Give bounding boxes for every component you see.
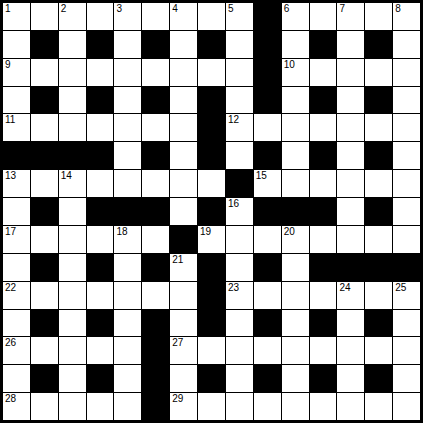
grid-cell[interactable] [142, 114, 169, 141]
grid-cell[interactable] [114, 393, 141, 420]
black-cell [31, 198, 58, 225]
black-cell [254, 3, 281, 30]
grid-cell[interactable] [365, 393, 392, 420]
black-cell [142, 310, 169, 337]
grid-cell[interactable] [114, 310, 141, 337]
grid-cell[interactable] [114, 254, 141, 281]
black-cell [226, 170, 253, 197]
black-cell [31, 254, 58, 281]
grid-cell[interactable] [226, 254, 253, 281]
grid-cell[interactable] [226, 226, 253, 253]
black-cell [87, 310, 114, 337]
grid-cell[interactable] [393, 87, 420, 114]
black-cell [310, 254, 337, 281]
black-cell [198, 254, 225, 281]
grid-cell[interactable] [87, 170, 114, 197]
grid-cell[interactable] [87, 393, 114, 420]
grid-cell[interactable] [226, 365, 253, 392]
grid-cell[interactable] [31, 114, 58, 141]
grid-cell[interactable]: 25 [393, 282, 420, 309]
grid-cell[interactable] [198, 393, 225, 420]
black-cell [310, 142, 337, 169]
black-cell [365, 142, 392, 169]
grid-cell[interactable] [337, 393, 364, 420]
grid-cell[interactable] [3, 198, 30, 225]
grid-cell[interactable] [310, 337, 337, 364]
black-cell [31, 142, 58, 169]
clue-number: 3 [116, 3, 122, 14]
grid-cell[interactable] [337, 87, 364, 114]
black-cell [170, 226, 197, 253]
grid-cell[interactable] [393, 198, 420, 225]
grid-cell[interactable] [59, 254, 86, 281]
clue-number: 28 [5, 393, 16, 404]
black-cell [282, 198, 309, 225]
grid-cell[interactable]: 26 [3, 337, 30, 364]
grid-cell[interactable] [87, 3, 114, 30]
clue-number: 22 [5, 282, 16, 293]
grid-cell[interactable] [59, 365, 86, 392]
black-cell [59, 142, 86, 169]
grid-cell[interactable] [337, 365, 364, 392]
black-cell [142, 393, 169, 420]
grid-cell[interactable] [393, 337, 420, 364]
black-cell [365, 31, 392, 58]
grid-cell[interactable] [310, 170, 337, 197]
black-cell [254, 87, 281, 114]
grid-cell[interactable] [170, 198, 197, 225]
grid-cell[interactable]: 23 [226, 282, 253, 309]
grid-cell[interactable] [198, 59, 225, 86]
clue-number: 27 [172, 337, 183, 348]
black-cell [198, 310, 225, 337]
grid-cell[interactable] [337, 31, 364, 58]
black-cell [254, 310, 281, 337]
grid-cell[interactable] [3, 87, 30, 114]
black-cell [198, 198, 225, 225]
grid-cell[interactable] [59, 59, 86, 86]
grid-cell[interactable] [310, 114, 337, 141]
grid-cell[interactable] [226, 87, 253, 114]
clue-number: 15 [256, 170, 267, 181]
grid-cell[interactable] [142, 3, 169, 30]
grid-cell[interactable]: 9 [3, 59, 30, 86]
black-cell [254, 198, 281, 225]
grid-cell[interactable] [59, 31, 86, 58]
grid-cell[interactable] [254, 393, 281, 420]
black-cell [310, 365, 337, 392]
grid-cell[interactable] [337, 170, 364, 197]
grid-cell[interactable] [170, 365, 197, 392]
grid-cell[interactable]: 17 [3, 226, 30, 253]
grid-cell[interactable] [393, 170, 420, 197]
grid-cell[interactable] [31, 337, 58, 364]
grid-cell[interactable] [59, 114, 86, 141]
grid-cell[interactable] [254, 282, 281, 309]
clue-number: 4 [172, 3, 178, 14]
grid-cell[interactable] [393, 31, 420, 58]
clue-number: 5 [228, 3, 234, 14]
black-cell [87, 87, 114, 114]
grid-cell[interactable]: 1 [3, 3, 30, 30]
grid-cell[interactable] [337, 226, 364, 253]
grid-cell[interactable] [170, 87, 197, 114]
grid-cell[interactable] [226, 59, 253, 86]
clue-number: 12 [228, 114, 239, 125]
grid-cell[interactable]: 28 [3, 393, 30, 420]
black-cell [142, 87, 169, 114]
black-cell [31, 365, 58, 392]
black-cell [87, 254, 114, 281]
clue-number: 25 [395, 282, 406, 293]
black-cell [198, 282, 225, 309]
grid-cell[interactable] [114, 87, 141, 114]
grid-cell[interactable] [282, 282, 309, 309]
grid-cell[interactable] [59, 87, 86, 114]
grid-cell[interactable] [254, 226, 281, 253]
grid-cell[interactable] [114, 365, 141, 392]
grid-cell[interactable] [31, 282, 58, 309]
clue-number: 29 [172, 393, 183, 404]
grid-cell[interactable] [226, 337, 253, 364]
grid-cell[interactable]: 14 [59, 170, 86, 197]
clue-number: 10 [284, 59, 295, 70]
grid-cell[interactable] [365, 114, 392, 141]
grid-cell[interactable]: 13 [3, 170, 30, 197]
grid-cell[interactable]: 29 [170, 393, 197, 420]
grid-cell[interactable]: 8 [393, 3, 420, 30]
black-cell [31, 31, 58, 58]
grid-cell[interactable]: 5 [226, 3, 253, 30]
black-cell [254, 59, 281, 86]
grid-cell[interactable] [365, 282, 392, 309]
grid-cell[interactable] [114, 142, 141, 169]
grid-cell[interactable] [114, 114, 141, 141]
black-cell [310, 310, 337, 337]
grid-cell[interactable] [31, 59, 58, 86]
black-cell [198, 114, 225, 141]
black-cell [365, 254, 392, 281]
grid-cell[interactable] [87, 226, 114, 253]
grid-cell[interactable] [226, 310, 253, 337]
grid-cell[interactable] [59, 282, 86, 309]
grid-cell[interactable] [254, 114, 281, 141]
grid-cell[interactable]: 7 [337, 3, 364, 30]
clue-number: 11 [5, 114, 15, 125]
grid-cell[interactable] [337, 310, 364, 337]
grid-cell[interactable]: 15 [254, 170, 281, 197]
grid-cell[interactable] [393, 310, 420, 337]
grid-cell[interactable] [226, 31, 253, 58]
grid-cell[interactable] [170, 282, 197, 309]
grid-cell[interactable] [198, 337, 225, 364]
clue-number: 8 [395, 3, 401, 14]
clue-number: 23 [228, 282, 239, 293]
grid-cell[interactable] [3, 365, 30, 392]
clue-number: 16 [228, 198, 239, 209]
grid-cell[interactable]: 6 [282, 3, 309, 30]
grid-cell[interactable] [142, 282, 169, 309]
grid-cell[interactable] [87, 59, 114, 86]
grid-cell[interactable] [114, 59, 141, 86]
grid-cell[interactable] [310, 59, 337, 86]
black-cell [142, 254, 169, 281]
clue-number: 24 [339, 282, 350, 293]
grid-cell[interactable] [114, 337, 141, 364]
black-cell [87, 365, 114, 392]
black-cell [365, 310, 392, 337]
grid-cell[interactable]: 11 [3, 114, 30, 141]
black-cell [365, 365, 392, 392]
clue-number: 20 [284, 226, 295, 237]
grid-cell[interactable] [282, 337, 309, 364]
black-cell [198, 142, 225, 169]
black-cell [198, 365, 225, 392]
grid-cell[interactable] [198, 3, 225, 30]
grid-cell[interactable] [87, 337, 114, 364]
grid-cell[interactable] [282, 170, 309, 197]
grid-cell[interactable]: 18 [114, 226, 141, 253]
grid-cell[interactable] [59, 198, 86, 225]
black-cell [31, 310, 58, 337]
grid-cell[interactable] [393, 142, 420, 169]
grid-cell[interactable] [226, 393, 253, 420]
black-cell [87, 198, 114, 225]
clue-number: 7 [339, 3, 345, 14]
black-cell [87, 31, 114, 58]
grid-cell[interactable]: 4 [170, 3, 197, 30]
grid-cell[interactable] [59, 337, 86, 364]
grid-cell[interactable] [114, 170, 141, 197]
clue-number: 2 [61, 3, 67, 14]
grid-cell[interactable] [170, 170, 197, 197]
grid-cell[interactable] [310, 282, 337, 309]
grid-cell[interactable] [170, 59, 197, 86]
grid-cell[interactable]: 20 [282, 226, 309, 253]
grid-cell[interactable] [87, 282, 114, 309]
grid-cell[interactable] [337, 198, 364, 225]
grid-cell[interactable] [3, 31, 30, 58]
grid-cell[interactable] [310, 3, 337, 30]
grid-cell[interactable] [393, 226, 420, 253]
grid-cell[interactable]: 24 [337, 282, 364, 309]
black-cell [310, 198, 337, 225]
black-cell [337, 254, 364, 281]
clue-number: 14 [61, 170, 72, 181]
grid-cell[interactable] [142, 59, 169, 86]
grid-cell[interactable]: 19 [198, 226, 225, 253]
grid-cell[interactable]: 10 [282, 59, 309, 86]
grid-cell[interactable] [282, 142, 309, 169]
grid-cell[interactable]: 12 [226, 114, 253, 141]
grid-cell[interactable] [3, 310, 30, 337]
grid-cell[interactable] [393, 365, 420, 392]
clue-number: 17 [5, 226, 16, 237]
grid-cell[interactable] [142, 226, 169, 253]
grid-cell[interactable] [170, 31, 197, 58]
grid-cell[interactable] [170, 114, 197, 141]
grid-cell[interactable] [59, 393, 86, 420]
grid-cell[interactable]: 16 [226, 198, 253, 225]
grid-cell[interactable] [282, 365, 309, 392]
grid-cell[interactable]: 3 [114, 3, 141, 30]
crossword-grid: 1234567891011121314151617181920212223242… [0, 0, 423, 423]
grid-cell[interactable] [365, 3, 392, 30]
grid-cell[interactable] [282, 254, 309, 281]
grid-cell[interactable] [337, 337, 364, 364]
grid-cell[interactable] [142, 170, 169, 197]
black-cell [114, 198, 141, 225]
grid-cell[interactable]: 21 [170, 254, 197, 281]
black-cell [254, 254, 281, 281]
grid-cell[interactable] [198, 170, 225, 197]
clue-number: 6 [284, 3, 290, 14]
clue-number: 1 [5, 3, 11, 14]
black-cell [310, 31, 337, 58]
grid-cell[interactable] [87, 114, 114, 141]
black-cell [142, 337, 169, 364]
grid-cell[interactable] [31, 3, 58, 30]
grid-cell[interactable]: 2 [59, 3, 86, 30]
black-cell [254, 31, 281, 58]
black-cell [31, 87, 58, 114]
grid-cell[interactable] [393, 393, 420, 420]
clue-number: 21 [172, 254, 183, 265]
black-cell [142, 365, 169, 392]
grid-cell[interactable] [31, 170, 58, 197]
grid-cell[interactable] [310, 393, 337, 420]
grid-cell[interactable] [59, 226, 86, 253]
black-cell [142, 198, 169, 225]
grid-cell[interactable] [282, 87, 309, 114]
grid-cell[interactable] [170, 310, 197, 337]
black-cell [254, 142, 281, 169]
grid-cell[interactable] [337, 142, 364, 169]
grid-cell[interactable]: 27 [170, 337, 197, 364]
grid-cell[interactable] [282, 310, 309, 337]
grid-cell[interactable] [226, 142, 253, 169]
grid-cell[interactable] [393, 114, 420, 141]
grid-cell[interactable] [170, 142, 197, 169]
grid-cell[interactable] [114, 31, 141, 58]
grid-cell[interactable] [310, 226, 337, 253]
black-cell [87, 142, 114, 169]
grid-cell[interactable] [365, 337, 392, 364]
grid-cell[interactable] [31, 393, 58, 420]
black-cell [3, 142, 30, 169]
grid-cell[interactable] [3, 254, 30, 281]
grid-cell[interactable] [365, 170, 392, 197]
clue-number: 18 [116, 226, 127, 237]
grid-cell[interactable] [393, 59, 420, 86]
grid-cell[interactable] [282, 393, 309, 420]
black-cell [142, 31, 169, 58]
clue-number: 9 [5, 59, 11, 70]
grid-cell[interactable] [31, 226, 58, 253]
black-cell [365, 87, 392, 114]
black-cell [142, 142, 169, 169]
grid-cell[interactable] [282, 114, 309, 141]
grid-cell[interactable] [59, 310, 86, 337]
clue-number: 26 [5, 337, 16, 348]
grid-cell[interactable] [282, 31, 309, 58]
grid-cell[interactable] [337, 59, 364, 86]
grid-cell[interactable]: 22 [3, 282, 30, 309]
grid-cell[interactable] [114, 282, 141, 309]
grid-cell[interactable] [365, 59, 392, 86]
grid-cell[interactable] [337, 114, 364, 141]
black-cell [198, 31, 225, 58]
grid-cell[interactable] [365, 226, 392, 253]
clue-number: 13 [5, 170, 16, 181]
black-cell [254, 365, 281, 392]
black-cell [365, 198, 392, 225]
clue-number: 19 [200, 226, 211, 237]
grid-cell[interactable] [254, 337, 281, 364]
black-cell [310, 87, 337, 114]
black-cell [393, 254, 420, 281]
black-cell [198, 87, 225, 114]
